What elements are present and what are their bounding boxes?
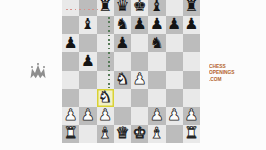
white-pawn: ♟ xyxy=(184,108,198,124)
black-rook: ♜ xyxy=(184,0,198,15)
move-trail-rank8 xyxy=(66,9,105,11)
black-pawn: ♟ xyxy=(64,36,78,52)
video-frame: ♜♛♚♝♜♝♞♟♟♟♟♟♟♞♟♞♟♞♟♟♟♟♟♟♜♝♛♚♝♜ CHESS OPE… xyxy=(0,0,266,150)
square-a6[interactable]: ♟ xyxy=(62,34,79,52)
white-rook: ♜ xyxy=(64,126,78,142)
square-b6[interactable] xyxy=(79,34,96,52)
square-c5[interactable] xyxy=(97,52,114,70)
black-pawn: ♟ xyxy=(150,17,164,33)
white-pawn: ♟ xyxy=(81,108,95,124)
chess-board: ♜♛♚♝♜♝♞♟♟♟♟♟♟♞♟♞♟♞♟♟♟♟♟♟♜♝♛♚♝♜ xyxy=(62,0,200,143)
white-knight: ♞ xyxy=(115,72,129,88)
white-bishop: ♝ xyxy=(98,126,112,142)
square-d2[interactable] xyxy=(114,107,131,125)
square-b2[interactable]: ♟ xyxy=(79,107,96,125)
black-knight: ♞ xyxy=(115,17,129,33)
white-pawn: ♟ xyxy=(64,108,78,124)
square-a5[interactable] xyxy=(62,52,79,70)
black-bishop: ♝ xyxy=(150,0,164,15)
square-h5[interactable] xyxy=(183,52,200,70)
square-f1[interactable]: ♝ xyxy=(148,125,165,143)
square-a2[interactable]: ♟ xyxy=(62,107,79,125)
square-e5[interactable] xyxy=(131,52,148,70)
logo-line-3: .COM xyxy=(209,76,234,82)
square-f3[interactable] xyxy=(148,89,165,107)
black-king: ♚ xyxy=(133,0,147,15)
square-c4[interactable] xyxy=(97,71,114,89)
square-d8[interactable]: ♛ xyxy=(114,0,131,16)
square-c3[interactable]: ♞ xyxy=(97,89,114,107)
black-rook: ♜ xyxy=(98,0,112,15)
square-e7[interactable]: ♟ xyxy=(131,16,148,34)
square-b7[interactable]: ♝ xyxy=(79,16,96,34)
black-knight: ♞ xyxy=(150,36,164,52)
white-king: ♚ xyxy=(133,126,147,142)
square-g5[interactable] xyxy=(166,52,183,70)
square-e1[interactable]: ♚ xyxy=(131,125,148,143)
white-pawn: ♟ xyxy=(133,72,147,88)
square-a4[interactable] xyxy=(62,71,79,89)
square-b3[interactable] xyxy=(79,89,96,107)
black-pawn: ♟ xyxy=(184,17,198,33)
black-pawn: ♟ xyxy=(81,54,95,70)
square-f6[interactable]: ♞ xyxy=(148,34,165,52)
square-h6[interactable] xyxy=(183,34,200,52)
square-d7[interactable]: ♞ xyxy=(114,16,131,34)
white-pawn: ♟ xyxy=(98,108,112,124)
square-b5[interactable]: ♟ xyxy=(79,52,96,70)
square-g2[interactable]: ♟ xyxy=(166,107,183,125)
square-f7[interactable]: ♟ xyxy=(148,16,165,34)
white-rook: ♜ xyxy=(184,126,198,142)
crown-icon xyxy=(29,61,47,82)
square-e6[interactable] xyxy=(131,34,148,52)
square-g4[interactable] xyxy=(166,71,183,89)
square-c7[interactable] xyxy=(97,16,114,34)
black-queen: ♛ xyxy=(115,0,129,15)
square-h8[interactable]: ♜ xyxy=(183,0,200,16)
square-h4[interactable] xyxy=(183,71,200,89)
square-d1[interactable]: ♛ xyxy=(114,125,131,143)
square-d4[interactable]: ♞ xyxy=(114,71,131,89)
square-b4[interactable] xyxy=(79,71,96,89)
square-a3[interactable] xyxy=(62,89,79,107)
square-f2[interactable]: ♟ xyxy=(148,107,165,125)
white-knight: ♞ xyxy=(98,90,112,106)
square-h3[interactable] xyxy=(183,89,200,107)
square-f5[interactable] xyxy=(148,52,165,70)
square-g3[interactable] xyxy=(166,89,183,107)
square-h1[interactable]: ♜ xyxy=(183,125,200,143)
square-f4[interactable] xyxy=(148,71,165,89)
square-e4[interactable]: ♟ xyxy=(131,71,148,89)
square-f8[interactable]: ♝ xyxy=(148,0,165,16)
square-c2[interactable]: ♟ xyxy=(97,107,114,125)
black-pawn: ♟ xyxy=(167,17,181,33)
white-pawn: ♟ xyxy=(150,108,164,124)
square-a7[interactable] xyxy=(62,16,79,34)
square-e3[interactable] xyxy=(131,89,148,107)
square-h2[interactable]: ♟ xyxy=(183,107,200,125)
white-pawn: ♟ xyxy=(167,108,181,124)
square-d5[interactable] xyxy=(114,52,131,70)
square-g1[interactable] xyxy=(166,125,183,143)
square-h7[interactable]: ♟ xyxy=(183,16,200,34)
white-queen: ♛ xyxy=(115,126,129,142)
move-trail-c-file xyxy=(108,17,110,88)
square-e2[interactable] xyxy=(131,107,148,125)
square-a1[interactable]: ♜ xyxy=(62,125,79,143)
black-pawn: ♟ xyxy=(115,36,129,52)
crown-watermark-icon xyxy=(29,61,47,82)
square-b1[interactable] xyxy=(79,125,96,143)
square-c6[interactable] xyxy=(97,34,114,52)
square-c1[interactable]: ♝ xyxy=(97,125,114,143)
square-d6[interactable]: ♟ xyxy=(114,34,131,52)
square-d3[interactable] xyxy=(114,89,131,107)
square-e8[interactable]: ♚ xyxy=(131,0,148,16)
white-bishop: ♝ xyxy=(150,126,164,142)
square-g8[interactable] xyxy=(166,0,183,16)
chessopenings-logo: CHESS OPENINGS .COM xyxy=(209,63,234,82)
black-pawn: ♟ xyxy=(133,17,147,33)
square-g7[interactable]: ♟ xyxy=(166,16,183,34)
black-bishop: ♝ xyxy=(81,17,95,33)
square-g6[interactable] xyxy=(166,34,183,52)
